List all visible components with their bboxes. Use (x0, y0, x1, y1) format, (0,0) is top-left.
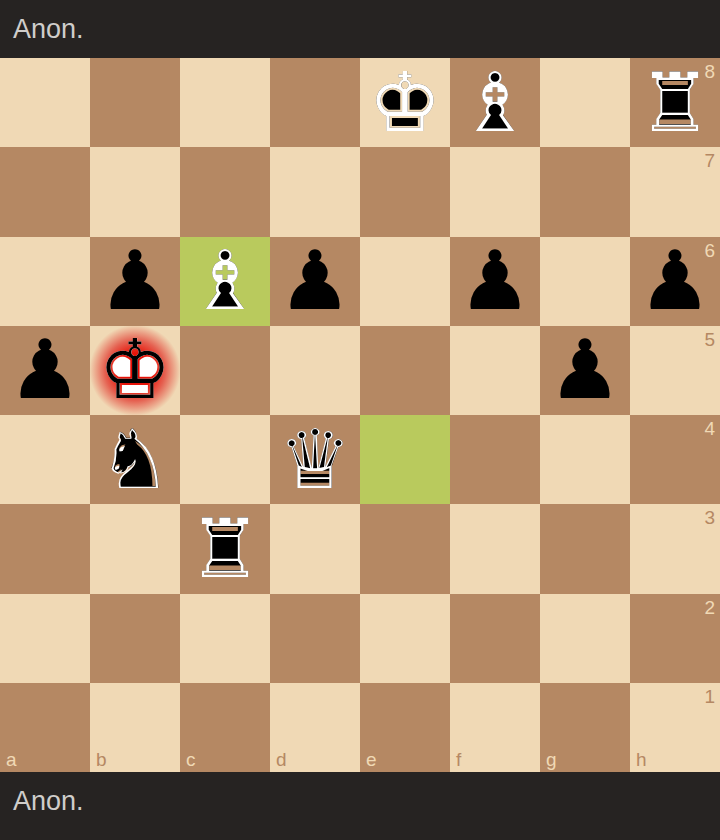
square-h2[interactable]: 2 (630, 594, 720, 683)
square-b5[interactable]: ♚♔ (90, 326, 180, 415)
piece-black-knight[interactable]: ♞♘ (90, 415, 180, 504)
square-h6[interactable]: ♟6 (630, 237, 720, 326)
black-queen-detail-glyph: ♕ (270, 415, 360, 504)
square-a7[interactable] (0, 147, 90, 236)
square-a6[interactable] (0, 237, 90, 326)
black-queen-glyph: ♛ (270, 415, 360, 504)
square-f6[interactable]: ♟ (450, 237, 540, 326)
square-e1[interactable]: e (360, 683, 450, 772)
square-d8[interactable] (270, 58, 360, 147)
black-bishop-detail-glyph: ♗ (450, 58, 540, 147)
square-g5[interactable]: ♟ (540, 326, 630, 415)
black-pawn-glyph: ♟ (0, 326, 90, 415)
piece-white-king[interactable]: ♚♔ (90, 326, 180, 415)
white-king-glyph: ♚ (90, 326, 180, 415)
square-c4[interactable] (180, 415, 270, 504)
square-f4[interactable] (450, 415, 540, 504)
rank-coordinate-7: 7 (704, 151, 715, 170)
piece-black-queen[interactable]: ♛♕ (270, 415, 360, 504)
square-h8[interactable]: ♜♖8 (630, 58, 720, 147)
square-e5[interactable] (360, 326, 450, 415)
black-pawn-glyph: ♟ (90, 237, 180, 326)
square-b4[interactable]: ♞♘ (90, 415, 180, 504)
piece-black-bishop[interactable]: ♝♗ (450, 58, 540, 147)
square-f7[interactable] (450, 147, 540, 236)
square-h4[interactable]: 4 (630, 415, 720, 504)
square-f8[interactable]: ♝♗ (450, 58, 540, 147)
square-b7[interactable] (90, 147, 180, 236)
chess-app: Anon. ♚♔♝♗♜♖87♟♝♗♟♟♟6♟♚♔♟5♞♘♛♕4♜♖32abcde… (0, 0, 720, 840)
square-c7[interactable] (180, 147, 270, 236)
square-a1[interactable]: a (0, 683, 90, 772)
black-rook-detail-glyph: ♖ (180, 504, 270, 593)
black-bishop-glyph: ♝ (450, 58, 540, 147)
black-bishop-detail-glyph: ♗ (180, 237, 270, 326)
square-g6[interactable] (540, 237, 630, 326)
piece-black-pawn[interactable]: ♟ (630, 237, 720, 326)
bottom-player-bar: Anon. (0, 772, 720, 840)
square-h7[interactable]: 7 (630, 147, 720, 236)
square-g1[interactable]: g (540, 683, 630, 772)
rank-coordinate-3: 3 (704, 508, 715, 527)
square-d6[interactable]: ♟ (270, 237, 360, 326)
square-e8[interactable]: ♚♔ (360, 58, 450, 147)
rank-coordinate-2: 2 (704, 598, 715, 617)
file-coordinate-h: h (636, 750, 647, 769)
square-c8[interactable] (180, 58, 270, 147)
square-a4[interactable] (0, 415, 90, 504)
square-h3[interactable]: 3 (630, 504, 720, 593)
square-b1[interactable]: b (90, 683, 180, 772)
square-c5[interactable] (180, 326, 270, 415)
piece-black-pawn[interactable]: ♟ (540, 326, 630, 415)
square-e7[interactable] (360, 147, 450, 236)
black-pawn-glyph: ♟ (540, 326, 630, 415)
square-d1[interactable]: d (270, 683, 360, 772)
piece-black-rook[interactable]: ♜♖ (180, 504, 270, 593)
square-f3[interactable] (450, 504, 540, 593)
file-coordinate-f: f (456, 750, 461, 769)
piece-black-rook[interactable]: ♜♖ (630, 58, 720, 147)
chess-board: ♚♔♝♗♜♖87♟♝♗♟♟♟6♟♚♔♟5♞♘♛♕4♜♖32abcdefg1h (0, 58, 720, 772)
black-knight-detail-glyph: ♘ (90, 415, 180, 504)
square-a5[interactable]: ♟ (0, 326, 90, 415)
square-g8[interactable] (540, 58, 630, 147)
square-g2[interactable] (540, 594, 630, 683)
bottom-player-name: Anon. (13, 786, 84, 817)
top-player-name: Anon. (13, 14, 84, 45)
file-coordinate-g: g (546, 750, 557, 769)
black-king-detail-glyph: ♔ (360, 58, 450, 147)
piece-black-pawn[interactable]: ♟ (270, 237, 360, 326)
black-pawn-glyph: ♟ (630, 237, 720, 326)
square-h1[interactable]: 1h (630, 683, 720, 772)
black-pawn-glyph: ♟ (270, 237, 360, 326)
black-bishop-glyph: ♝ (180, 237, 270, 326)
square-d3[interactable] (270, 504, 360, 593)
square-b3[interactable] (90, 504, 180, 593)
square-e3[interactable] (360, 504, 450, 593)
square-f1[interactable]: f (450, 683, 540, 772)
square-a2[interactable] (0, 594, 90, 683)
square-c2[interactable] (180, 594, 270, 683)
square-c1[interactable]: c (180, 683, 270, 772)
square-e2[interactable] (360, 594, 450, 683)
file-coordinate-c: c (186, 750, 196, 769)
square-f5[interactable] (450, 326, 540, 415)
piece-black-pawn[interactable]: ♟ (0, 326, 90, 415)
black-king-glyph: ♚ (360, 58, 450, 147)
square-c6[interactable]: ♝♗ (180, 237, 270, 326)
square-d2[interactable] (270, 594, 360, 683)
file-coordinate-a: a (6, 750, 17, 769)
piece-black-king[interactable]: ♚♔ (360, 58, 450, 147)
square-d5[interactable] (270, 326, 360, 415)
file-coordinate-d: d (276, 750, 287, 769)
black-rook-glyph: ♜ (180, 504, 270, 593)
file-coordinate-e: e (366, 750, 377, 769)
square-g7[interactable] (540, 147, 630, 236)
square-a8[interactable] (0, 58, 90, 147)
rank-coordinate-1: 1 (704, 687, 715, 706)
rank-coordinate-5: 5 (704, 330, 715, 349)
piece-black-bishop[interactable]: ♝♗ (180, 237, 270, 326)
black-rook-detail-glyph: ♖ (630, 58, 720, 147)
square-h5[interactable]: 5 (630, 326, 720, 415)
white-king-detail-glyph: ♔ (90, 326, 180, 415)
piece-black-pawn[interactable]: ♟ (450, 237, 540, 326)
square-g4[interactable] (540, 415, 630, 504)
rank-coordinate-4: 4 (704, 419, 715, 438)
square-g3[interactable] (540, 504, 630, 593)
square-d4[interactable]: ♛♕ (270, 415, 360, 504)
square-d7[interactable] (270, 147, 360, 236)
square-a3[interactable] (0, 504, 90, 593)
square-b6[interactable]: ♟ (90, 237, 180, 326)
black-pawn-glyph: ♟ (450, 237, 540, 326)
top-player-bar: Anon. (0, 0, 720, 58)
square-b2[interactable] (90, 594, 180, 683)
square-c3[interactable]: ♜♖ (180, 504, 270, 593)
square-e6[interactable] (360, 237, 450, 326)
square-b8[interactable] (90, 58, 180, 147)
file-coordinate-b: b (96, 750, 107, 769)
square-e4[interactable] (360, 415, 450, 504)
square-f2[interactable] (450, 594, 540, 683)
black-rook-glyph: ♜ (630, 58, 720, 147)
piece-black-pawn[interactable]: ♟ (90, 237, 180, 326)
black-knight-glyph: ♞ (90, 415, 180, 504)
